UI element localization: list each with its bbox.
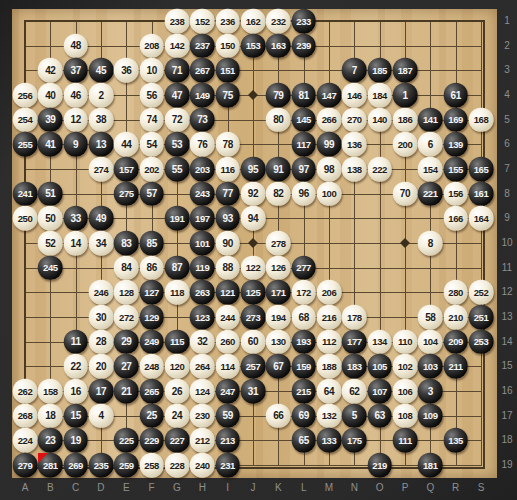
stone-I3: 151 bbox=[215, 58, 240, 83]
move-number: 61 bbox=[450, 90, 460, 101]
move-number: 109 bbox=[423, 410, 438, 421]
stone-O15: 105 bbox=[367, 354, 392, 379]
row-label-5: 5 bbox=[504, 115, 510, 125]
move-number: 122 bbox=[246, 262, 261, 273]
move-number: 67 bbox=[273, 361, 283, 372]
stone-F3: 10 bbox=[139, 58, 164, 83]
move-number: 151 bbox=[220, 65, 235, 76]
stone-O19: 219 bbox=[367, 453, 392, 478]
move-number: 228 bbox=[170, 460, 185, 471]
stone-F13: 129 bbox=[139, 305, 164, 330]
column-label-R: R bbox=[452, 483, 459, 493]
stone-R14: 209 bbox=[443, 329, 468, 354]
move-number: 154 bbox=[423, 164, 438, 175]
move-number: 98 bbox=[324, 164, 334, 175]
column-label-O: O bbox=[376, 483, 384, 493]
stone-E13: 272 bbox=[114, 305, 139, 330]
row-label-10: 10 bbox=[501, 238, 512, 248]
column-label-B: B bbox=[47, 483, 54, 493]
row-label-13: 13 bbox=[501, 312, 512, 322]
stone-I10: 90 bbox=[215, 231, 240, 256]
move-number: 164 bbox=[474, 213, 489, 224]
stone-M16: 64 bbox=[317, 379, 342, 404]
move-number: 110 bbox=[398, 336, 412, 347]
move-number: 119 bbox=[195, 262, 209, 273]
stone-N14: 177 bbox=[342, 329, 367, 354]
move-number: 38 bbox=[96, 114, 106, 125]
move-number: 42 bbox=[45, 65, 55, 76]
move-number: 79 bbox=[273, 90, 283, 101]
move-number: 187 bbox=[398, 65, 413, 76]
move-number: 6 bbox=[428, 139, 433, 150]
row-label-9: 9 bbox=[504, 213, 510, 223]
move-number: 81 bbox=[298, 90, 308, 101]
stone-D4: 2 bbox=[89, 83, 114, 108]
move-number: 172 bbox=[296, 287, 311, 298]
move-number: 200 bbox=[398, 139, 413, 150]
move-number: 221 bbox=[423, 188, 438, 199]
stone-E10: 83 bbox=[114, 231, 139, 256]
stone-G19: 228 bbox=[165, 453, 190, 478]
move-number: 70 bbox=[400, 188, 410, 199]
move-number: 224 bbox=[18, 435, 33, 446]
stone-H7: 203 bbox=[190, 157, 215, 182]
stone-D14: 28 bbox=[89, 329, 114, 354]
move-number: 93 bbox=[222, 213, 232, 224]
move-number: 44 bbox=[121, 139, 131, 150]
stone-A16: 262 bbox=[13, 379, 38, 404]
move-number: 274 bbox=[94, 164, 109, 175]
column-label-J: J bbox=[250, 483, 255, 493]
move-number: 94 bbox=[248, 213, 258, 224]
column-label-C: C bbox=[72, 483, 79, 493]
stone-S8: 161 bbox=[469, 181, 494, 206]
move-number: 278 bbox=[271, 238, 286, 249]
stone-A9: 250 bbox=[13, 206, 38, 231]
move-number: 123 bbox=[195, 312, 210, 323]
move-number: 8 bbox=[428, 238, 433, 249]
row-label-8: 8 bbox=[504, 189, 510, 199]
move-number: 7 bbox=[352, 65, 357, 76]
move-number: 91 bbox=[273, 164, 283, 175]
move-number: 270 bbox=[347, 114, 362, 125]
stone-N13: 178 bbox=[342, 305, 367, 330]
stone-D19: 235 bbox=[89, 453, 114, 478]
move-number: 27 bbox=[121, 361, 131, 372]
stone-M7: 98 bbox=[317, 157, 342, 182]
move-number: 105 bbox=[372, 361, 387, 372]
move-number: 155 bbox=[448, 164, 463, 175]
stone-P14: 110 bbox=[393, 329, 418, 354]
stone-R18: 135 bbox=[443, 428, 468, 453]
stone-I7: 116 bbox=[215, 157, 240, 182]
stone-D16: 17 bbox=[89, 379, 114, 404]
stone-I4: 75 bbox=[215, 83, 240, 108]
row-label-17: 17 bbox=[501, 411, 512, 421]
move-number: 181 bbox=[423, 460, 438, 471]
move-number: 23 bbox=[45, 435, 55, 446]
move-number: 111 bbox=[398, 435, 412, 446]
move-number: 193 bbox=[296, 336, 311, 347]
column-label-D: D bbox=[97, 483, 104, 493]
move-number: 90 bbox=[222, 238, 232, 249]
move-number: 28 bbox=[96, 336, 106, 347]
stone-G3: 71 bbox=[165, 58, 190, 83]
move-number: 156 bbox=[448, 188, 463, 199]
stone-I19: 231 bbox=[215, 453, 240, 478]
move-number: 147 bbox=[322, 90, 337, 101]
move-number: 232 bbox=[271, 16, 286, 27]
move-number: 269 bbox=[68, 460, 83, 471]
stone-G4: 47 bbox=[165, 83, 190, 108]
column-label-M: M bbox=[325, 483, 333, 493]
move-number: 36 bbox=[121, 65, 131, 76]
stone-F2: 208 bbox=[139, 33, 164, 58]
stone-M15: 188 bbox=[317, 354, 342, 379]
stone-G15: 120 bbox=[165, 354, 190, 379]
stone-J1: 162 bbox=[241, 9, 266, 34]
stone-L14: 193 bbox=[291, 329, 316, 354]
column-label-L: L bbox=[301, 483, 307, 493]
stone-J2: 153 bbox=[241, 33, 266, 58]
move-number: 55 bbox=[172, 164, 182, 175]
stone-Q15: 103 bbox=[418, 354, 443, 379]
stone-N17: 5 bbox=[342, 403, 367, 428]
move-number: 17 bbox=[96, 386, 106, 397]
stone-C15: 22 bbox=[63, 354, 88, 379]
move-number: 134 bbox=[372, 336, 387, 347]
move-number: 254 bbox=[18, 114, 33, 125]
stone-F19: 258 bbox=[139, 453, 164, 478]
stone-L2: 239 bbox=[291, 33, 316, 58]
stone-E18: 225 bbox=[114, 428, 139, 453]
move-number: 177 bbox=[347, 336, 362, 347]
move-number: 125 bbox=[246, 287, 261, 298]
move-number: 132 bbox=[322, 410, 337, 421]
move-number: 75 bbox=[222, 90, 232, 101]
stone-P8: 70 bbox=[393, 181, 418, 206]
stone-D12: 246 bbox=[89, 280, 114, 305]
move-number: 249 bbox=[144, 336, 159, 347]
stone-M17: 132 bbox=[317, 403, 342, 428]
stone-G7: 55 bbox=[165, 157, 190, 182]
stone-H12: 263 bbox=[190, 280, 215, 305]
move-number: 216 bbox=[322, 312, 337, 323]
stone-G12: 118 bbox=[165, 280, 190, 305]
stone-M18: 133 bbox=[317, 428, 342, 453]
move-number: 72 bbox=[172, 114, 182, 125]
move-number: 215 bbox=[296, 386, 311, 397]
stone-L4: 81 bbox=[291, 83, 316, 108]
move-number: 4 bbox=[98, 410, 103, 421]
move-number: 51 bbox=[45, 188, 55, 199]
stone-G18: 227 bbox=[165, 428, 190, 453]
move-number: 227 bbox=[170, 435, 185, 446]
move-number: 87 bbox=[172, 262, 182, 273]
move-number: 133 bbox=[322, 435, 337, 446]
move-number: 82 bbox=[273, 188, 283, 199]
stone-J14: 60 bbox=[241, 329, 266, 354]
move-number: 46 bbox=[70, 90, 80, 101]
move-number: 121 bbox=[220, 287, 235, 298]
stone-G1: 238 bbox=[165, 9, 190, 34]
move-number: 48 bbox=[70, 40, 80, 51]
stone-E7: 157 bbox=[114, 157, 139, 182]
move-number: 280 bbox=[448, 287, 463, 298]
move-number: 268 bbox=[18, 410, 33, 421]
move-number: 259 bbox=[119, 460, 134, 471]
move-number: 9 bbox=[73, 139, 78, 150]
stone-L15: 159 bbox=[291, 354, 316, 379]
move-number: 108 bbox=[398, 410, 413, 421]
stone-D5: 38 bbox=[89, 107, 114, 132]
stone-P16: 106 bbox=[393, 379, 418, 404]
move-number: 18 bbox=[45, 410, 55, 421]
move-number: 248 bbox=[144, 361, 159, 372]
move-number: 130 bbox=[271, 336, 286, 347]
stone-H13: 123 bbox=[190, 305, 215, 330]
move-number: 162 bbox=[246, 16, 261, 27]
move-number: 102 bbox=[398, 361, 413, 372]
move-number: 135 bbox=[448, 435, 463, 446]
move-number: 53 bbox=[172, 139, 182, 150]
move-number: 95 bbox=[248, 164, 258, 175]
move-number: 231 bbox=[220, 460, 235, 471]
stone-F14: 249 bbox=[139, 329, 164, 354]
move-number: 32 bbox=[197, 336, 207, 347]
move-number: 74 bbox=[146, 114, 156, 125]
move-number: 138 bbox=[347, 164, 362, 175]
stone-D6: 13 bbox=[89, 132, 114, 157]
move-number: 78 bbox=[222, 139, 232, 150]
move-number: 265 bbox=[144, 386, 159, 397]
move-number: 47 bbox=[172, 90, 182, 101]
stone-I18: 213 bbox=[215, 428, 240, 453]
stone-S14: 253 bbox=[469, 329, 494, 354]
move-number: 145 bbox=[296, 114, 311, 125]
move-number: 12 bbox=[70, 114, 80, 125]
move-number: 263 bbox=[195, 287, 210, 298]
move-number: 222 bbox=[372, 164, 387, 175]
move-number: 60 bbox=[248, 336, 258, 347]
move-number: 63 bbox=[374, 410, 384, 421]
stone-N16: 62 bbox=[342, 379, 367, 404]
move-number: 99 bbox=[324, 139, 334, 150]
row-label-2: 2 bbox=[504, 41, 510, 51]
stone-F17: 25 bbox=[139, 403, 164, 428]
stone-M4: 147 bbox=[317, 83, 342, 108]
move-number: 255 bbox=[18, 139, 33, 150]
move-number: 258 bbox=[144, 460, 159, 471]
stone-S9: 164 bbox=[469, 206, 494, 231]
move-number: 57 bbox=[146, 188, 156, 199]
move-number: 262 bbox=[18, 386, 33, 397]
move-number: 266 bbox=[322, 114, 337, 125]
move-number: 76 bbox=[197, 139, 207, 150]
stone-B9: 50 bbox=[38, 206, 63, 231]
stone-H1: 152 bbox=[190, 9, 215, 34]
move-number: 39 bbox=[45, 114, 55, 125]
stone-R13: 210 bbox=[443, 305, 468, 330]
stone-L18: 65 bbox=[291, 428, 316, 453]
move-number: 178 bbox=[347, 312, 362, 323]
stone-I15: 114 bbox=[215, 354, 240, 379]
move-number: 84 bbox=[121, 262, 131, 273]
stone-C17: 15 bbox=[63, 403, 88, 428]
move-number: 197 bbox=[195, 213, 210, 224]
stone-Q5: 141 bbox=[418, 107, 443, 132]
stone-S13: 251 bbox=[469, 305, 494, 330]
stone-I6: 78 bbox=[215, 132, 240, 157]
column-label-E: E bbox=[123, 483, 130, 493]
move-number: 24 bbox=[172, 410, 182, 421]
row-label-16: 16 bbox=[501, 386, 512, 396]
column-label-N: N bbox=[351, 483, 358, 493]
stone-H9: 197 bbox=[190, 206, 215, 231]
stone-O3: 185 bbox=[367, 58, 392, 83]
move-number: 191 bbox=[170, 213, 185, 224]
move-number: 277 bbox=[296, 262, 311, 273]
stone-I13: 244 bbox=[215, 305, 240, 330]
stone-M14: 112 bbox=[317, 329, 342, 354]
stone-M6: 99 bbox=[317, 132, 342, 157]
stone-P17: 108 bbox=[393, 403, 418, 428]
move-number: 213 bbox=[220, 435, 235, 446]
stone-N18: 175 bbox=[342, 428, 367, 453]
stone-F10: 85 bbox=[139, 231, 164, 256]
stone-L1: 233 bbox=[291, 9, 316, 34]
stone-O16: 107 bbox=[367, 379, 392, 404]
stone-L5: 145 bbox=[291, 107, 316, 132]
move-number: 247 bbox=[220, 386, 235, 397]
stone-B6: 41 bbox=[38, 132, 63, 157]
move-number: 236 bbox=[220, 16, 235, 27]
move-number: 100 bbox=[322, 188, 337, 199]
row-label-7: 7 bbox=[504, 164, 510, 174]
stone-C5: 12 bbox=[63, 107, 88, 132]
move-number: 59 bbox=[222, 410, 232, 421]
move-number: 56 bbox=[146, 90, 156, 101]
move-number: 11 bbox=[71, 336, 81, 347]
stone-A4: 256 bbox=[13, 83, 38, 108]
stone-K2: 163 bbox=[266, 33, 291, 58]
stone-M12: 206 bbox=[317, 280, 342, 305]
stone-R6: 139 bbox=[443, 132, 468, 157]
stone-L8: 96 bbox=[291, 181, 316, 206]
stone-H19: 240 bbox=[190, 453, 215, 478]
move-number: 30 bbox=[96, 312, 106, 323]
stone-F15: 248 bbox=[139, 354, 164, 379]
stone-K8: 82 bbox=[266, 181, 291, 206]
stone-A8: 241 bbox=[13, 181, 38, 206]
move-number: 25 bbox=[146, 410, 156, 421]
column-label-H: H bbox=[199, 483, 206, 493]
move-number: 14 bbox=[70, 238, 80, 249]
move-number: 26 bbox=[172, 386, 182, 397]
move-number: 64 bbox=[324, 386, 334, 397]
stone-J13: 273 bbox=[241, 305, 266, 330]
move-number: 126 bbox=[271, 262, 286, 273]
move-number: 150 bbox=[220, 40, 235, 51]
stone-S7: 165 bbox=[469, 157, 494, 182]
move-number: 146 bbox=[347, 90, 362, 101]
stone-K7: 91 bbox=[266, 157, 291, 182]
move-number: 37 bbox=[70, 65, 80, 76]
move-number: 73 bbox=[197, 114, 207, 125]
move-number: 142 bbox=[170, 40, 185, 51]
move-number: 128 bbox=[119, 287, 134, 298]
move-number: 136 bbox=[347, 139, 362, 150]
move-number: 22 bbox=[70, 361, 80, 372]
move-number: 240 bbox=[195, 460, 210, 471]
move-number: 16 bbox=[70, 386, 80, 397]
move-number: 69 bbox=[298, 410, 308, 421]
stone-K10: 278 bbox=[266, 231, 291, 256]
stone-F8: 57 bbox=[139, 181, 164, 206]
go-board[interactable]: 2381522361622322334820814223715015316323… bbox=[12, 9, 497, 478]
move-number: 275 bbox=[119, 188, 134, 199]
stone-K4: 79 bbox=[266, 83, 291, 108]
move-number: 86 bbox=[146, 262, 156, 273]
move-number: 260 bbox=[220, 336, 235, 347]
move-number: 244 bbox=[220, 312, 235, 323]
stone-G14: 115 bbox=[165, 329, 190, 354]
move-number: 68 bbox=[298, 312, 308, 323]
stone-N15: 183 bbox=[342, 354, 367, 379]
move-number: 233 bbox=[296, 16, 311, 27]
move-number: 141 bbox=[423, 114, 438, 125]
move-number: 140 bbox=[372, 114, 387, 125]
move-number: 245 bbox=[43, 262, 58, 273]
move-number: 104 bbox=[423, 336, 438, 347]
stone-O5: 140 bbox=[367, 107, 392, 132]
stone-K11: 126 bbox=[266, 255, 291, 280]
stone-B17: 18 bbox=[38, 403, 63, 428]
stone-J8: 92 bbox=[241, 181, 266, 206]
stone-E16: 21 bbox=[114, 379, 139, 404]
move-number: 208 bbox=[144, 40, 159, 51]
move-number: 257 bbox=[246, 361, 261, 372]
move-number: 80 bbox=[273, 114, 283, 125]
stone-F6: 54 bbox=[139, 132, 164, 157]
move-number: 106 bbox=[398, 386, 413, 397]
stone-C3: 37 bbox=[63, 58, 88, 83]
move-number: 238 bbox=[170, 16, 185, 27]
column-label-F: F bbox=[149, 483, 155, 493]
stone-I9: 93 bbox=[215, 206, 240, 231]
stone-D15: 20 bbox=[89, 354, 114, 379]
stone-G11: 87 bbox=[165, 255, 190, 280]
stone-F4: 56 bbox=[139, 83, 164, 108]
stone-H14: 32 bbox=[190, 329, 215, 354]
stone-Q17: 109 bbox=[418, 403, 443, 428]
stone-I2: 150 bbox=[215, 33, 240, 58]
move-number: 152 bbox=[195, 16, 210, 27]
move-number: 3 bbox=[428, 386, 433, 397]
move-number: 225 bbox=[119, 435, 134, 446]
move-number: 250 bbox=[18, 213, 33, 224]
column-label-G: G bbox=[173, 483, 181, 493]
stone-F18: 229 bbox=[139, 428, 164, 453]
move-number: 45 bbox=[96, 65, 106, 76]
stone-G2: 142 bbox=[165, 33, 190, 58]
move-number: 15 bbox=[70, 410, 80, 421]
stone-F5: 74 bbox=[139, 107, 164, 132]
stone-C10: 14 bbox=[63, 231, 88, 256]
move-number: 235 bbox=[94, 460, 109, 471]
move-number: 77 bbox=[222, 188, 232, 199]
stone-L11: 277 bbox=[291, 255, 316, 280]
